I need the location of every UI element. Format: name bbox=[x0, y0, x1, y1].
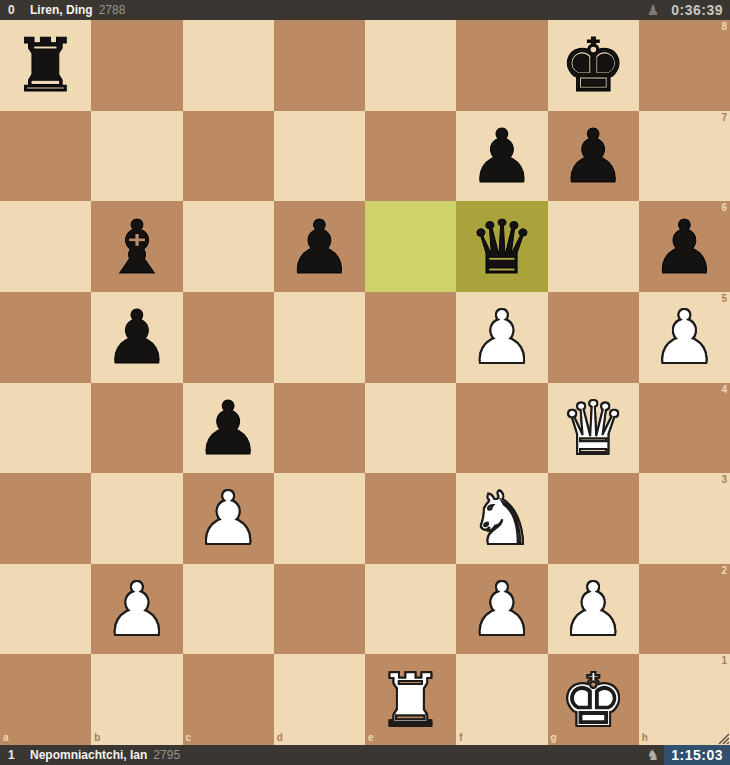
rank-label-6: 6 bbox=[721, 203, 727, 213]
rank-label-3: 3 bbox=[721, 475, 727, 485]
square-e8[interactable] bbox=[365, 20, 456, 111]
chess-board[interactable]: ♜♚8♟♟7♝♟♛♟6♟♟♟5♟♛4♟♞3♟♟♟2abcd♜ef♚g1h bbox=[0, 20, 730, 745]
square-e1[interactable]: ♜e bbox=[365, 654, 456, 745]
square-g2[interactable]: ♟ bbox=[548, 564, 639, 655]
square-b6[interactable]: ♝ bbox=[91, 201, 182, 292]
square-d6[interactable]: ♟ bbox=[274, 201, 365, 292]
file-label-h: h bbox=[642, 733, 648, 743]
square-c4[interactable]: ♟ bbox=[183, 383, 274, 474]
top-player-score: 0 bbox=[8, 3, 30, 17]
top-player-rating: 2788 bbox=[99, 3, 126, 17]
black-pawn[interactable]: ♟ bbox=[104, 292, 170, 382]
board-resize-icon[interactable] bbox=[716, 731, 729, 744]
square-g4[interactable]: ♛ bbox=[548, 383, 639, 474]
square-c1[interactable]: c bbox=[183, 654, 274, 745]
square-a2[interactable] bbox=[0, 564, 91, 655]
square-f6[interactable]: ♛ bbox=[456, 201, 547, 292]
rank-label-7: 7 bbox=[721, 113, 727, 123]
square-b3[interactable] bbox=[91, 473, 182, 564]
square-d8[interactable] bbox=[274, 20, 365, 111]
square-f4[interactable] bbox=[456, 383, 547, 474]
top-player-clock: 0:36:39 bbox=[664, 0, 730, 20]
white-king[interactable]: ♚ bbox=[560, 655, 626, 745]
square-g6[interactable] bbox=[548, 201, 639, 292]
rank-label-4: 4 bbox=[721, 385, 727, 395]
square-a7[interactable] bbox=[0, 111, 91, 202]
square-b2[interactable]: ♟ bbox=[91, 564, 182, 655]
square-d4[interactable] bbox=[274, 383, 365, 474]
black-pawn[interactable]: ♟ bbox=[651, 202, 717, 292]
bottom-player-clock: 1:15:03 bbox=[664, 745, 730, 765]
square-f2[interactable]: ♟ bbox=[456, 564, 547, 655]
chess-tv-app: 0 Liren, Ding 2788 ♟ 0:36:39 ♜♚8♟♟7♝♟♛♟6… bbox=[0, 0, 730, 765]
square-d3[interactable] bbox=[274, 473, 365, 564]
black-queen[interactable]: ♛ bbox=[469, 202, 535, 292]
square-h5[interactable]: ♟5 bbox=[639, 292, 730, 383]
square-e3[interactable] bbox=[365, 473, 456, 564]
square-e6[interactable] bbox=[365, 201, 456, 292]
square-h7[interactable]: 7 bbox=[639, 111, 730, 202]
square-d1[interactable]: d bbox=[274, 654, 365, 745]
black-pawn[interactable]: ♟ bbox=[195, 383, 261, 473]
square-f5[interactable]: ♟ bbox=[456, 292, 547, 383]
rank-label-2: 2 bbox=[721, 566, 727, 576]
square-g1[interactable]: ♚g bbox=[548, 654, 639, 745]
black-pawn[interactable]: ♟ bbox=[469, 111, 535, 201]
square-b8[interactable] bbox=[91, 20, 182, 111]
square-a1[interactable]: a bbox=[0, 654, 91, 745]
square-g3[interactable] bbox=[548, 473, 639, 564]
square-e7[interactable] bbox=[365, 111, 456, 202]
square-a5[interactable] bbox=[0, 292, 91, 383]
rank-label-8: 8 bbox=[721, 22, 727, 32]
white-pawn[interactable]: ♟ bbox=[651, 292, 717, 382]
square-a6[interactable] bbox=[0, 201, 91, 292]
white-pawn[interactable]: ♟ bbox=[469, 292, 535, 382]
pawn-icon: ♟ bbox=[647, 3, 660, 17]
square-f7[interactable]: ♟ bbox=[456, 111, 547, 202]
black-pawn[interactable]: ♟ bbox=[560, 111, 626, 201]
top-player-name[interactable]: Liren, Ding bbox=[30, 3, 93, 17]
white-queen[interactable]: ♛ bbox=[560, 383, 626, 473]
square-d2[interactable] bbox=[274, 564, 365, 655]
square-c5[interactable] bbox=[183, 292, 274, 383]
square-a8[interactable]: ♜ bbox=[0, 20, 91, 111]
square-g5[interactable] bbox=[548, 292, 639, 383]
knight-icon: ♞ bbox=[647, 748, 660, 762]
bottom-player-bar: 1 Nepomniachtchi, Ian 2795 ♞ 1:15:03 bbox=[0, 745, 730, 765]
square-d7[interactable] bbox=[274, 111, 365, 202]
square-c6[interactable] bbox=[183, 201, 274, 292]
square-a3[interactable] bbox=[0, 473, 91, 564]
square-f3[interactable]: ♞ bbox=[456, 473, 547, 564]
top-player-bar: 0 Liren, Ding 2788 ♟ 0:36:39 bbox=[0, 0, 730, 20]
square-b1[interactable]: b bbox=[91, 654, 182, 745]
file-label-c: c bbox=[186, 733, 192, 743]
black-rook[interactable]: ♜ bbox=[12, 20, 78, 110]
white-knight[interactable]: ♞ bbox=[469, 473, 535, 563]
square-b4[interactable] bbox=[91, 383, 182, 474]
bottom-player-name[interactable]: Nepomniachtchi, Ian bbox=[30, 748, 147, 762]
black-bishop[interactable]: ♝ bbox=[104, 202, 170, 292]
square-g7[interactable]: ♟ bbox=[548, 111, 639, 202]
white-pawn[interactable]: ♟ bbox=[560, 564, 626, 654]
white-pawn[interactable]: ♟ bbox=[195, 473, 261, 563]
square-h8[interactable]: 8 bbox=[639, 20, 730, 111]
square-h2[interactable]: 2 bbox=[639, 564, 730, 655]
bottom-player-rating: 2795 bbox=[153, 748, 180, 762]
square-e5[interactable] bbox=[365, 292, 456, 383]
square-b7[interactable] bbox=[91, 111, 182, 202]
square-a4[interactable] bbox=[0, 383, 91, 474]
white-pawn[interactable]: ♟ bbox=[104, 564, 170, 654]
square-h4[interactable]: 4 bbox=[639, 383, 730, 474]
square-h6[interactable]: ♟6 bbox=[639, 201, 730, 292]
rank-label-1: 1 bbox=[721, 656, 727, 666]
rank-label-5: 5 bbox=[721, 294, 727, 304]
file-label-g: g bbox=[551, 733, 557, 743]
square-c2[interactable] bbox=[183, 564, 274, 655]
bottom-player-score: 1 bbox=[8, 748, 30, 762]
white-pawn[interactable]: ♟ bbox=[469, 564, 535, 654]
top-clock-group: ♟ 0:36:39 bbox=[647, 0, 730, 20]
black-king[interactable]: ♚ bbox=[560, 20, 626, 110]
white-rook[interactable]: ♜ bbox=[377, 655, 443, 745]
square-c3[interactable]: ♟ bbox=[183, 473, 274, 564]
square-g8[interactable]: ♚ bbox=[548, 20, 639, 111]
square-e2[interactable] bbox=[365, 564, 456, 655]
bottom-clock-group: ♞ 1:15:03 bbox=[647, 745, 730, 765]
file-label-b: b bbox=[94, 733, 100, 743]
square-c8[interactable] bbox=[183, 20, 274, 111]
black-pawn[interactable]: ♟ bbox=[286, 202, 352, 292]
square-d5[interactable] bbox=[274, 292, 365, 383]
square-e4[interactable] bbox=[365, 383, 456, 474]
file-label-f: f bbox=[459, 733, 462, 743]
square-b5[interactable]: ♟ bbox=[91, 292, 182, 383]
file-label-e: e bbox=[368, 733, 374, 743]
square-f1[interactable]: f bbox=[456, 654, 547, 745]
file-label-d: d bbox=[277, 733, 283, 743]
file-label-a: a bbox=[3, 733, 9, 743]
square-h3[interactable]: 3 bbox=[639, 473, 730, 564]
square-f8[interactable] bbox=[456, 20, 547, 111]
square-c7[interactable] bbox=[183, 111, 274, 202]
